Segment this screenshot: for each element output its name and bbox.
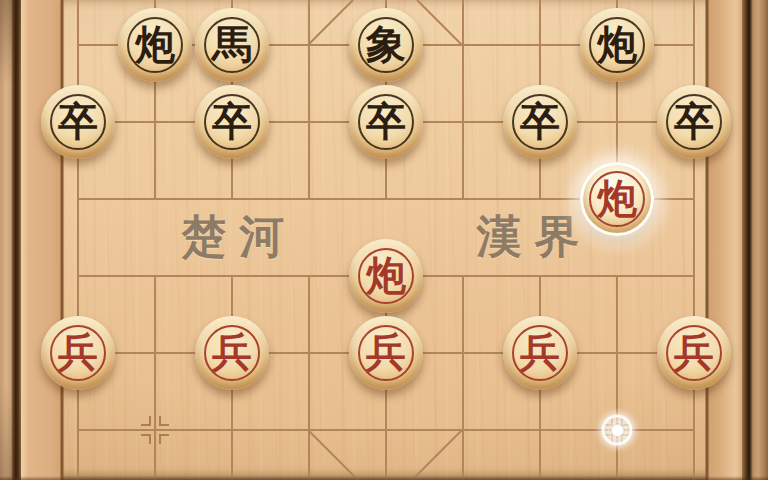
- piece-black-soldier[interactable]: 卒: [41, 85, 115, 159]
- piece-black-elephant[interactable]: 象: [349, 8, 423, 82]
- piece-black-soldier[interactable]: 卒: [657, 85, 731, 159]
- piece-ring: 象: [358, 17, 414, 73]
- piece-red-soldier[interactable]: 兵: [503, 316, 577, 390]
- piece-glyph: 卒: [58, 101, 98, 141]
- move-origin-reticle: [602, 415, 633, 446]
- piece-ring: 炮: [358, 248, 414, 304]
- piece-glyph: 炮: [366, 255, 406, 295]
- piece-glyph: 卒: [212, 101, 252, 141]
- piece-red-soldier[interactable]: 兵: [349, 316, 423, 390]
- piece-ring: 炮: [589, 171, 645, 227]
- piece-glyph: 馬: [212, 24, 252, 64]
- piece-red-soldier[interactable]: 兵: [195, 316, 269, 390]
- piece-ring: 卒: [50, 94, 106, 150]
- piece-ring: 兵: [50, 325, 106, 381]
- piece-red-soldier[interactable]: 兵: [657, 316, 731, 390]
- wooden-frame-left: [0, 0, 21, 480]
- piece-ring: 卒: [204, 94, 260, 150]
- piece-glyph: 炮: [597, 178, 637, 218]
- river-label-chu-he: 楚河: [169, 207, 298, 267]
- piece-red-cannon[interactable]: 炮: [349, 239, 423, 313]
- piece-red-soldier[interactable]: 兵: [41, 316, 115, 390]
- piece-black-soldier[interactable]: 卒: [195, 85, 269, 159]
- xiangqi-board[interactable]: 楚河 漢界 炮馬象炮卒卒卒卒卒炮炮兵兵兵兵兵: [0, 0, 768, 480]
- board-bottom-shadow: [0, 476, 768, 480]
- piece-black-cannon[interactable]: 炮: [118, 8, 192, 82]
- piece-ring: 卒: [512, 94, 568, 150]
- piece-red-cannon[interactable]: 炮: [580, 162, 654, 236]
- piece-glyph: 卒: [674, 101, 714, 141]
- piece-ring: 兵: [204, 325, 260, 381]
- piece-glyph: 卒: [366, 101, 406, 141]
- piece-ring: 兵: [358, 325, 414, 381]
- piece-glyph: 兵: [212, 332, 252, 372]
- reticle-glow-dot: [610, 423, 624, 437]
- piece-ring: 炮: [127, 17, 183, 73]
- piece-glyph: 兵: [674, 332, 714, 372]
- piece-black-soldier[interactable]: 卒: [503, 85, 577, 159]
- piece-glyph: 兵: [520, 332, 560, 372]
- river-label-han-jie: 漢界: [464, 207, 593, 267]
- piece-black-horse[interactable]: 馬: [195, 8, 269, 82]
- piece-ring: 炮: [589, 17, 645, 73]
- piece-glyph: 象: [366, 24, 406, 64]
- piece-ring: 兵: [666, 325, 722, 381]
- piece-ring: 馬: [204, 17, 260, 73]
- piece-glyph: 兵: [366, 332, 406, 372]
- piece-ring: 卒: [358, 94, 414, 150]
- piece-glyph: 炮: [597, 24, 637, 64]
- piece-glyph: 兵: [58, 332, 98, 372]
- piece-glyph: 炮: [135, 24, 175, 64]
- piece-ring: 卒: [666, 94, 722, 150]
- wooden-frame-right: [742, 0, 768, 480]
- piece-black-soldier[interactable]: 卒: [349, 85, 423, 159]
- piece-glyph: 卒: [520, 101, 560, 141]
- piece-ring: 兵: [512, 325, 568, 381]
- piece-black-cannon[interactable]: 炮: [580, 8, 654, 82]
